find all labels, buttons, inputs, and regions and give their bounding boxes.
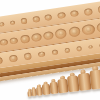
product-photo-cylinder-blocks [0,0,100,100]
cylinder-socket [68,26,81,37]
cylinder-socket [9,55,18,63]
cylinder-knob-icon [0,23,3,26]
cylinder-socket [9,20,16,26]
cylinder-socket [57,12,66,19]
cylinder-body [89,69,100,89]
cylinder-knob-icon [34,35,39,39]
cylinder-knob-icon [58,31,64,36]
cylinder-socket [45,14,53,21]
cylinder-socket [20,35,30,44]
cylinder-socket [9,37,18,45]
cylinder-knob-icon [23,37,28,41]
cylinder-socket [0,39,8,46]
cylinder-knob-icon [47,16,51,19]
cylinder-socket [98,5,100,14]
cylinder-knob-icon [71,29,77,34]
cylinder-socket [31,33,42,42]
cylinder-socket [0,22,5,27]
cylinder-knob-icon [11,21,14,24]
loose-cylinder [88,65,100,89]
loose-cylinder-row [22,45,100,97]
cylinder-socket [99,44,100,48]
cylinder-knob-icon [46,33,51,38]
cylinder-socket [21,18,28,24]
cylinder-socket [96,21,100,33]
cylinder-socket [84,7,93,15]
cylinder-knob-icon [23,19,26,22]
cylinder-knob-icon [59,14,63,18]
cylinder-socket [32,16,40,22]
cylinder-knob-icon [73,11,77,15]
cylinder-knob-icon [2,40,6,44]
cylinder-knob-icon [85,27,91,33]
cylinder-socket [43,31,54,41]
cylinder-knob-icon [86,9,90,13]
cylinder-knob-icon [12,39,16,43]
cylinder-socket [0,57,3,66]
cylinder-socket [70,10,79,18]
cylinder-knob-icon [11,56,15,60]
cylinder-socket [55,28,67,39]
cylinder-knob-icon [34,18,37,21]
cylinder-socket [82,24,96,36]
